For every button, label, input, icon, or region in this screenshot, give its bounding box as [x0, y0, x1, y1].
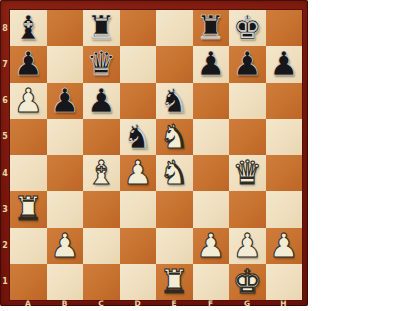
white-queen-g4[interactable]: ♛ — [229, 155, 266, 191]
square-c8[interactable]: ♜ — [83, 10, 120, 46]
square-g4[interactable]: ♛ — [229, 155, 266, 191]
white-pawn-b2[interactable]: ♟ — [47, 228, 84, 264]
square-b6[interactable]: ♟ — [47, 83, 84, 119]
square-g8[interactable]: ♚ — [229, 10, 266, 46]
square-f8[interactable]: ♜ — [193, 10, 230, 46]
square-e6[interactable]: ♞ — [156, 83, 193, 119]
square-b7[interactable] — [47, 46, 84, 82]
square-h7[interactable]: ♟ — [266, 46, 303, 82]
square-g1[interactable]: ♚ — [229, 264, 266, 300]
square-a3[interactable]: ♜ — [10, 191, 47, 227]
rank-label-5: 5 — [0, 119, 10, 155]
square-h6[interactable] — [266, 83, 303, 119]
black-pawn-b6[interactable]: ♟ — [47, 83, 84, 119]
black-knight-e6[interactable]: ♞ — [156, 83, 193, 119]
rank-label-1: 1 — [0, 264, 10, 300]
square-a1[interactable] — [10, 264, 47, 300]
square-b4[interactable] — [47, 155, 84, 191]
chess-board-grid: ♝♜♜♚♟♛♟♟♟♟♟♟♞♞♞♝♟♞♛♜♟♟♟♟♜♚ — [10, 10, 302, 300]
square-f3[interactable] — [193, 191, 230, 227]
square-h4[interactable] — [266, 155, 303, 191]
file-label-h: H — [266, 299, 303, 307]
square-d1[interactable] — [120, 264, 157, 300]
square-e2[interactable] — [156, 228, 193, 264]
square-h3[interactable] — [266, 191, 303, 227]
square-e5[interactable]: ♞ — [156, 119, 193, 155]
white-pawn-f2[interactable]: ♟ — [193, 228, 230, 264]
square-d2[interactable] — [120, 228, 157, 264]
square-b5[interactable] — [47, 119, 84, 155]
square-a4[interactable] — [10, 155, 47, 191]
rank-label-6: 6 — [0, 83, 10, 119]
file-label-d: D — [120, 299, 157, 307]
square-d8[interactable] — [120, 10, 157, 46]
file-label-f: F — [193, 299, 230, 307]
square-f5[interactable] — [193, 119, 230, 155]
file-label-a: A — [10, 299, 47, 307]
square-d3[interactable] — [120, 191, 157, 227]
white-pawn-g2[interactable]: ♟ — [229, 228, 266, 264]
white-bishop-c4[interactable]: ♝ — [83, 155, 120, 191]
square-b3[interactable] — [47, 191, 84, 227]
square-c5[interactable] — [83, 119, 120, 155]
square-d6[interactable] — [120, 83, 157, 119]
file-label-c: C — [83, 299, 120, 307]
square-c2[interactable] — [83, 228, 120, 264]
square-e7[interactable] — [156, 46, 193, 82]
black-pawn-f7[interactable]: ♟ — [193, 46, 230, 82]
square-f1[interactable] — [193, 264, 230, 300]
rank-label-8: 8 — [0, 10, 10, 46]
black-pawn-h7[interactable]: ♟ — [266, 46, 303, 82]
file-label-g: G — [229, 299, 266, 307]
chess-board-frame: ♝♜♜♚♟♛♟♟♟♟♟♟♞♞♞♝♟♞♛♜♟♟♟♟♜♚ 87654321 ABCD… — [0, 0, 308, 306]
square-g6[interactable] — [229, 83, 266, 119]
square-f2[interactable]: ♟ — [193, 228, 230, 264]
rank-label-2: 2 — [0, 228, 10, 264]
square-b2[interactable]: ♟ — [47, 228, 84, 264]
rank-label-4: 4 — [0, 155, 10, 191]
black-bishop-a8[interactable]: ♝ — [10, 10, 47, 46]
black-knight-d5[interactable]: ♞ — [120, 119, 157, 155]
black-king-g8[interactable]: ♚ — [229, 10, 266, 46]
file-label-e: E — [156, 299, 193, 307]
square-d5[interactable]: ♞ — [120, 119, 157, 155]
black-rook-f8[interactable]: ♜ — [193, 10, 230, 46]
square-h5[interactable] — [266, 119, 303, 155]
square-g2[interactable]: ♟ — [229, 228, 266, 264]
square-f6[interactable] — [193, 83, 230, 119]
square-b1[interactable] — [47, 264, 84, 300]
rank-label-7: 7 — [0, 46, 10, 82]
black-pawn-c6[interactable]: ♟ — [83, 83, 120, 119]
square-e4[interactable]: ♞ — [156, 155, 193, 191]
square-a7[interactable]: ♟ — [10, 46, 47, 82]
square-c1[interactable] — [83, 264, 120, 300]
file-label-b: B — [47, 299, 84, 307]
white-knight-e5[interactable]: ♞ — [156, 119, 193, 155]
square-c7[interactable]: ♛ — [83, 46, 120, 82]
square-d4[interactable]: ♟ — [120, 155, 157, 191]
black-rook-c8[interactable]: ♜ — [83, 10, 120, 46]
black-pawn-g7[interactable]: ♟ — [229, 46, 266, 82]
white-pawn-a6[interactable]: ♟ — [10, 83, 47, 119]
square-e8[interactable] — [156, 10, 193, 46]
white-king-g1[interactable]: ♚ — [229, 264, 266, 300]
square-c3[interactable] — [83, 191, 120, 227]
square-f4[interactable] — [193, 155, 230, 191]
square-h8[interactable] — [266, 10, 303, 46]
white-rook-e1[interactable]: ♜ — [156, 264, 193, 300]
square-a6[interactable]: ♟ — [10, 83, 47, 119]
square-h1[interactable] — [266, 264, 303, 300]
square-g3[interactable] — [229, 191, 266, 227]
square-e1[interactable]: ♜ — [156, 264, 193, 300]
rank-label-3: 3 — [0, 191, 10, 227]
square-c6[interactable]: ♟ — [83, 83, 120, 119]
white-pawn-d4[interactable]: ♟ — [120, 155, 157, 191]
square-b8[interactable] — [47, 10, 84, 46]
square-g5[interactable] — [229, 119, 266, 155]
square-g7[interactable]: ♟ — [229, 46, 266, 82]
square-a2[interactable] — [10, 228, 47, 264]
white-knight-e4[interactable]: ♞ — [156, 155, 193, 191]
square-e3[interactable] — [156, 191, 193, 227]
black-pawn-a7[interactable]: ♟ — [10, 46, 47, 82]
black-queen-c7[interactable]: ♛ — [83, 46, 120, 82]
square-h2[interactable]: ♟ — [266, 228, 303, 264]
square-a8[interactable]: ♝ — [10, 10, 47, 46]
square-f7[interactable]: ♟ — [193, 46, 230, 82]
white-rook-a3[interactable]: ♜ — [10, 191, 47, 227]
white-pawn-h2[interactable]: ♟ — [266, 228, 303, 264]
square-c4[interactable]: ♝ — [83, 155, 120, 191]
page: ♝♜♜♚♟♛♟♟♟♟♟♟♞♞♞♝♟♞♛♜♟♟♟♟♜♚ 87654321 ABCD… — [0, 0, 414, 311]
square-d7[interactable] — [120, 46, 157, 82]
square-a5[interactable] — [10, 119, 47, 155]
